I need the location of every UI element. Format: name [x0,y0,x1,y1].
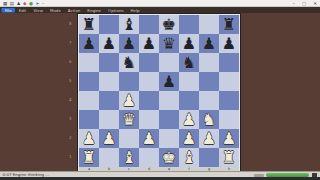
square-d8[interactable] [139,15,159,34]
file-label-b: b [104,167,114,169]
menu-engine[interactable]: Engine [84,8,105,13]
square-c6[interactable]: ♞ [119,53,139,72]
file-label-h: h [224,167,234,169]
square-g2[interactable]: ♟ [199,129,219,148]
maximize-button[interactable]: ▢ [302,1,306,6]
square-g6[interactable] [199,53,219,72]
square-e4[interactable] [159,91,179,110]
piece-black-knight: ♞ [179,53,199,72]
square-h7[interactable]: ♟ [219,34,239,53]
square-b5[interactable] [99,72,119,91]
square-c8[interactable]: ♝ [119,15,139,34]
red-diamond-icon[interactable]: ◆ [23,1,26,6]
square-e2[interactable] [159,129,179,148]
piece-white-bishop: ♝ [179,148,199,167]
piece-black-pawn: ♟ [179,34,199,53]
piece-white-queen: ♛ [119,110,139,129]
file-label-c: c [124,167,134,169]
piece-black-queen: ♛ [159,34,179,53]
square-g7[interactable]: ♟ [199,34,219,53]
square-c2[interactable] [119,129,139,148]
square-f3[interactable]: ♟ [179,110,199,129]
square-h4[interactable] [219,91,239,110]
menu-action[interactable]: Action [64,8,84,13]
piece-black-bishop: ♝ [119,15,139,34]
square-h1[interactable]: ♜ [219,148,239,167]
piece-white-pawn: ♟ [199,129,219,148]
file-label-f: f [184,167,194,169]
menu-help[interactable]: Help [127,8,143,13]
piece-white-rook: ♜ [219,148,239,167]
square-d7[interactable]: ♟ [139,34,159,53]
piece-white-bishop: ♝ [119,148,139,167]
rank-label-5: 5 [69,76,76,86]
square-d1[interactable] [139,148,159,167]
file-label-a: a [84,167,94,169]
square-g4[interactable] [199,91,219,110]
piece-white-pawn: ♟ [79,129,99,148]
slash-icon[interactable]: ⌁ [42,1,45,6]
square-f8[interactable] [179,15,199,34]
square-e8[interactable]: ♚ [159,15,179,34]
square-c3[interactable]: ♛ [119,110,139,129]
square-c5[interactable] [119,72,139,91]
piece-black-rook: ♜ [79,15,99,34]
square-a7[interactable]: ♟ [79,34,99,53]
close-button[interactable]: ✕ [313,1,317,6]
piece-black-pawn: ♟ [219,34,239,53]
blue-arrow-icon[interactable]: ➤ [35,1,39,6]
square-g8[interactable] [199,15,219,34]
piece-white-king: ♚ [159,148,179,167]
rank-label-3: 3 [69,114,76,124]
square-a2[interactable]: ♟ [79,129,99,148]
square-g1[interactable] [199,148,219,167]
piece-black-rook: ♜ [219,15,239,34]
square-d2[interactable]: ♟ [139,129,159,148]
square-b2[interactable]: ♟ [99,129,119,148]
square-b1[interactable] [99,148,119,167]
piece-icon[interactable]: ♟ [17,1,21,6]
square-d5[interactable] [139,72,159,91]
piece-white-pawn: ♟ [119,91,139,110]
square-h5[interactable] [219,72,239,91]
square-a4[interactable] [79,91,99,110]
app-window: ▦▤♟◆●➤⌁ –▢✕ FileEditViewModeActionEngine… [0,0,320,180]
piece-white-knight: ♞ [199,110,219,129]
square-b4[interactable] [99,91,119,110]
square-b3[interactable] [99,110,119,129]
square-c7[interactable]: ♟ [119,34,139,53]
square-a8[interactable]: ♜ [79,15,99,34]
square-b8[interactable] [99,15,119,34]
square-a5[interactable] [79,72,99,91]
square-f1[interactable]: ♝ [179,148,199,167]
square-h8[interactable]: ♜ [219,15,239,34]
piece-black-pawn: ♟ [159,72,179,91]
piece-white-pawn: ♟ [219,129,239,148]
rank-label-4: 4 [69,95,76,105]
square-a3[interactable] [79,110,99,129]
menu-view[interactable]: View [30,8,46,13]
minimize-button[interactable]: – [293,1,295,6]
piece-white-pawn: ♟ [179,110,199,129]
square-e3[interactable] [159,110,179,129]
square-d3[interactable] [139,110,159,129]
square-h3[interactable] [219,110,239,129]
rank-label-7: 7 [69,38,76,48]
square-e6[interactable] [159,53,179,72]
rank-label-2: 2 [69,133,76,143]
square-b7[interactable]: ♟ [99,34,119,53]
chess-board: ♜♝♚♜♟♟♟♟♛♟♟♟♞♞♟♟♛♟♞♟♟♟♟♟♟♜♝♚♝♜ abcdefgh [77,13,241,173]
square-e1[interactable]: ♚ [159,148,179,167]
piece-white-pawn: ♟ [139,129,159,148]
rank-labels: 87654321 [69,14,76,166]
menu-mode[interactable]: Mode [46,8,64,13]
window-controls: –▢✕ [293,1,317,6]
piece-black-king: ♚ [159,15,179,34]
square-g5[interactable] [199,72,219,91]
piece-white-rook: ♜ [79,148,99,167]
square-f4[interactable] [179,91,199,110]
piece-white-pawn: ♟ [99,129,119,148]
piece-white-pawn: ♟ [179,129,199,148]
toolbar-icons: ▦▤♟◆●➤⌁ [3,1,47,6]
square-a6[interactable] [79,53,99,72]
rank-label-1: 1 [69,152,76,162]
file-label-d: d [144,167,154,169]
board-icon[interactable]: ▤ [10,1,14,6]
square-h2[interactable]: ♟ [219,129,239,148]
square-e7[interactable]: ♛ [159,34,179,53]
menu-edit[interactable]: Edit [15,8,30,13]
square-f2[interactable]: ♟ [179,129,199,148]
client-area: 87654321 ♜♝♚♜♟♟♟♟♛♟♟♟♞♞♟♟♛♟♞♟♟♟♟♟♟♜♝♚♝♜ … [0,13,320,171]
square-h6[interactable] [219,53,239,72]
square-d6[interactable] [139,53,159,72]
piece-black-pawn: ♟ [79,34,99,53]
square-c1[interactable]: ♝ [119,148,139,167]
rank-label-6: 6 [69,57,76,67]
file-label-e: e [164,167,174,169]
green-dot-icon[interactable]: ● [29,1,33,6]
piece-black-pawn: ♟ [99,34,119,53]
square-g3[interactable]: ♞ [199,110,219,129]
square-e5[interactable]: ♟ [159,72,179,91]
square-b6[interactable] [99,53,119,72]
menu-options[interactable]: Options [105,8,127,13]
square-f7[interactable]: ♟ [179,34,199,53]
piece-black-pawn: ♟ [119,34,139,53]
title-bar: ▦▤♟◆●➤⌁ –▢✕ [0,0,320,7]
piece-black-pawn: ♟ [199,34,219,53]
file-label-g: g [204,167,214,169]
square-f5[interactable] [179,72,199,91]
rank-label-8: 8 [69,19,76,29]
square-d4[interactable] [139,91,159,110]
square-a1[interactable]: ♜ [79,148,99,167]
app-grid-icon[interactable]: ▦ [3,1,7,6]
window-bottom-edge [0,177,320,180]
square-f6[interactable]: ♞ [179,53,199,72]
piece-black-knight: ♞ [119,53,139,72]
menu-file[interactable]: File [2,8,16,13]
piece-black-pawn: ♟ [139,34,159,53]
square-c4[interactable]: ♟ [119,91,139,110]
